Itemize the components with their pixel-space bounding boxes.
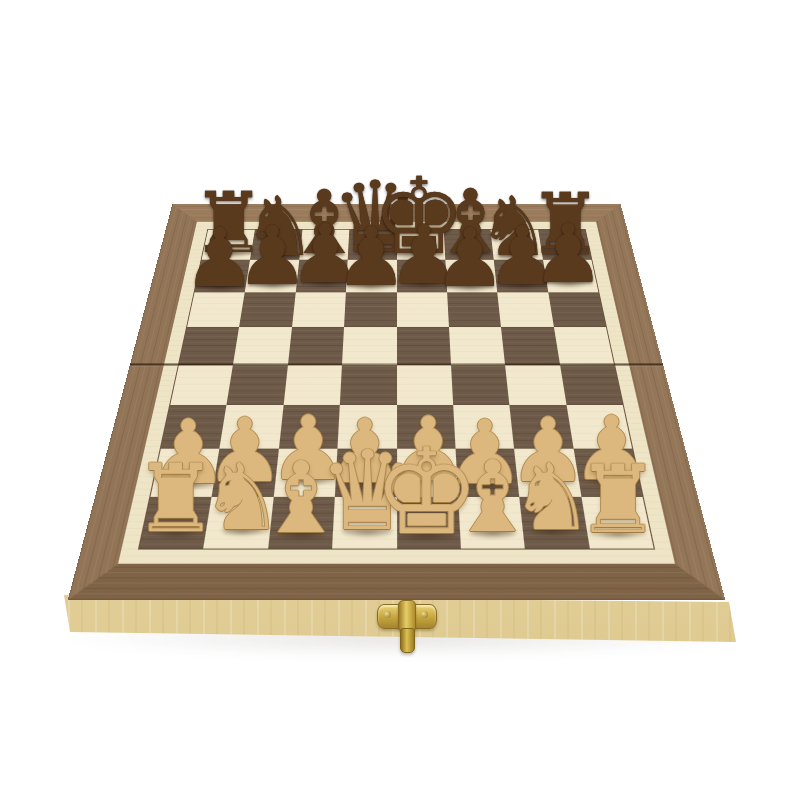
pieces-layer: ♜♞♝♛♚♝♞♜♟♟♟♟♟♟♟♟♟♟♟♟♟♟♟♟♜♞♝♛♚♝♞♜: [0, 0, 800, 800]
piece-black-pawn[interactable]: ♟: [532, 214, 605, 295]
latch-screw-right: [421, 611, 428, 618]
brass-latch: [375, 597, 437, 655]
piece-white-rook[interactable]: ♜: [576, 453, 660, 547]
latch-pin: [400, 628, 415, 653]
latch-screw-left: [384, 611, 391, 618]
product-photo-scene: ♜♞♝♛♚♝♞♜♟♟♟♟♟♟♟♟♟♟♟♟♟♟♟♟♜♞♝♛♚♝♞♜: [0, 0, 800, 800]
